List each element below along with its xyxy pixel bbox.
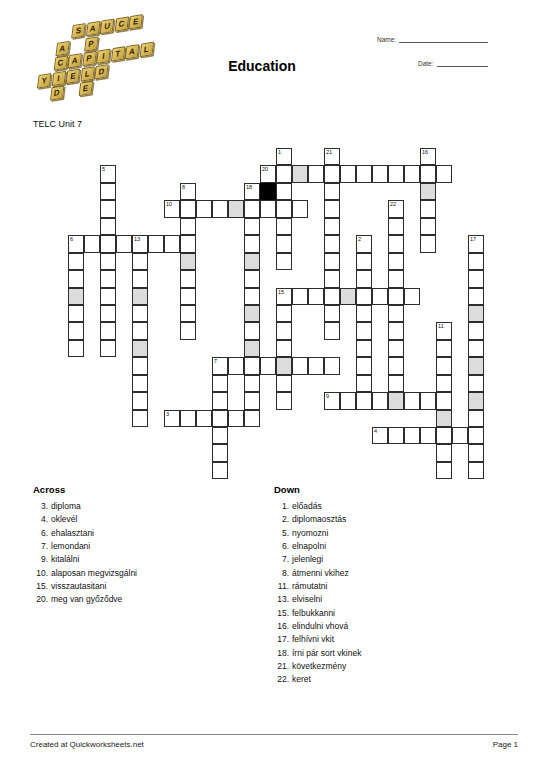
cell[interactable] [324, 253, 340, 270]
cell[interactable] [388, 340, 404, 357]
shaded-cell[interactable] [436, 410, 452, 427]
cell[interactable] [356, 305, 372, 322]
cell[interactable] [388, 288, 404, 305]
cell[interactable] [356, 288, 372, 305]
clue-item: 5.nyomozni [274, 527, 524, 540]
cell[interactable] [420, 392, 436, 409]
shaded-cell[interactable] [68, 288, 84, 305]
cell[interactable] [244, 410, 260, 427]
shaded-cell[interactable] [340, 288, 356, 305]
clue-item: 16.elindulni vhová [274, 620, 524, 633]
cell[interactable] [292, 288, 308, 305]
shaded-cell[interactable] [132, 288, 148, 305]
cell-number: 6 [70, 236, 73, 242]
page-number: Page 1 [493, 740, 518, 749]
cell[interactable]: 15 [276, 288, 292, 305]
cell[interactable] [388, 322, 404, 339]
cell[interactable] [452, 427, 468, 444]
clue-item: 11.rámutatni [274, 580, 524, 593]
cell[interactable] [324, 305, 340, 322]
clue-text: oklevél [51, 514, 77, 524]
cell[interactable] [356, 392, 372, 409]
cell[interactable] [388, 305, 404, 322]
cell[interactable] [68, 340, 84, 357]
clue-text: lemondani [51, 541, 90, 551]
clue-text: következmény [292, 661, 346, 671]
cell[interactable] [468, 444, 484, 461]
cell[interactable] [468, 322, 484, 339]
cell[interactable] [100, 235, 116, 252]
clue-number: 13. [274, 593, 289, 606]
across-clue-list: 3.diploma4.oklevél6.ehalasztani7.lemonda… [33, 500, 258, 607]
cell[interactable] [100, 288, 116, 305]
shaded-cell[interactable] [244, 253, 260, 270]
cell[interactable]: 2 [356, 235, 372, 252]
cell[interactable] [132, 322, 148, 339]
cell-number: 15 [278, 289, 284, 295]
clue-text: diploma [51, 501, 81, 511]
date-field: Date: [418, 60, 488, 67]
cell[interactable] [68, 322, 84, 339]
logo-tile: P [84, 36, 98, 51]
cell[interactable] [388, 165, 404, 182]
cell[interactable] [356, 322, 372, 339]
cell[interactable] [132, 270, 148, 287]
cell-number: 22 [390, 201, 396, 207]
cell[interactable] [404, 427, 420, 444]
cell[interactable]: 22 [388, 200, 404, 217]
cell-number: 11 [438, 323, 444, 329]
cell[interactable] [404, 392, 420, 409]
logo-tile: Y [37, 73, 51, 88]
cell[interactable] [244, 235, 260, 252]
cell[interactable] [212, 375, 228, 392]
cell[interactable] [132, 375, 148, 392]
cell-number: 1 [278, 149, 281, 155]
cell[interactable] [468, 410, 484, 427]
cell[interactable] [356, 253, 372, 270]
cell[interactable] [292, 357, 308, 374]
across-heading: Across [33, 484, 258, 495]
clue-item: 15.felbukkanni [274, 607, 524, 620]
cell[interactable] [244, 270, 260, 287]
crossword-grid: 12116520818102261321715117934 [68, 148, 484, 479]
cell[interactable] [468, 427, 484, 444]
clue-text: diplomaosztás [292, 514, 346, 524]
cell[interactable]: 20 [260, 165, 276, 182]
logo-tile: U [100, 19, 114, 34]
cell[interactable] [244, 375, 260, 392]
down-heading: Down [274, 484, 524, 495]
logo-tile: L [139, 42, 153, 57]
cell[interactable] [276, 253, 292, 270]
name-label: Name: [377, 36, 396, 43]
clue-text: rámutatni [292, 581, 327, 591]
clue-number: 8. [274, 567, 289, 580]
clue-item: 7.lemondani [33, 540, 258, 553]
clue-number: 18. [274, 647, 289, 660]
clue-text: kitalálni [51, 554, 79, 564]
name-blank-line[interactable] [399, 36, 488, 43]
shaded-cell[interactable] [388, 392, 404, 409]
clue-text: ehalasztani [51, 528, 94, 538]
shaded-cell[interactable] [420, 183, 436, 200]
cell[interactable] [388, 270, 404, 287]
clue-number: 3. [33, 500, 48, 513]
cell[interactable]: 11 [436, 322, 452, 339]
clue-item: 6.elnapolni [274, 540, 524, 553]
cell[interactable] [324, 270, 340, 287]
cell[interactable] [132, 357, 148, 374]
cell[interactable] [180, 305, 196, 322]
date-label: Date: [418, 60, 434, 67]
clue-item: 1.előadás [274, 500, 524, 513]
clue-number: 22. [274, 673, 289, 686]
cell[interactable] [68, 253, 84, 270]
cell[interactable] [404, 165, 420, 182]
cell[interactable] [324, 200, 340, 217]
clue-text: előadás [292, 501, 322, 511]
cell-number: 21 [326, 149, 332, 155]
clue-item: 21.következmény [274, 660, 524, 673]
cell[interactable] [132, 410, 148, 427]
cell[interactable] [180, 270, 196, 287]
shaded-cell[interactable] [244, 305, 260, 322]
cell[interactable]: 13 [132, 235, 148, 252]
clue-number: 4. [33, 513, 48, 526]
clue-text: nyomozni [292, 528, 328, 538]
cell[interactable] [372, 392, 388, 409]
cell[interactable] [100, 183, 116, 200]
cell[interactable] [420, 427, 436, 444]
cell-number: 10 [166, 201, 172, 207]
clue-item: 15.visszautasitani [33, 580, 258, 593]
cell[interactable] [468, 375, 484, 392]
cell[interactable] [244, 200, 260, 217]
shaded-cell[interactable] [468, 392, 484, 409]
clue-text: elindulni vhová [292, 621, 348, 631]
clue-number: 11. [274, 580, 289, 593]
cell[interactable] [100, 322, 116, 339]
cell[interactable]: 8 [180, 183, 196, 200]
cell[interactable] [468, 340, 484, 357]
cell-number: 2 [358, 236, 361, 242]
cell[interactable] [276, 218, 292, 235]
clue-number: 1. [274, 500, 289, 513]
clue-text: elviselni [292, 594, 322, 604]
cell[interactable] [276, 165, 292, 182]
cell[interactable] [180, 322, 196, 339]
cell[interactable]: 1 [276, 148, 292, 165]
cell[interactable] [196, 410, 212, 427]
cell[interactable] [340, 165, 356, 182]
logo-tile: E [78, 81, 92, 96]
cell[interactable] [100, 218, 116, 235]
cell[interactable] [308, 357, 324, 374]
cell[interactable] [372, 288, 388, 305]
cell[interactable] [180, 235, 196, 252]
cell[interactable] [276, 375, 292, 392]
cell[interactable] [436, 462, 452, 479]
clue-number: 2. [274, 513, 289, 526]
clue-number: 15. [274, 607, 289, 620]
cell[interactable] [100, 270, 116, 287]
clue-number: 6. [274, 540, 289, 553]
cell[interactable] [372, 165, 388, 182]
clue-item: 2.diplomaosztás [274, 513, 524, 526]
cell[interactable] [420, 218, 436, 235]
cell[interactable]: 4 [372, 427, 388, 444]
cell[interactable] [228, 410, 244, 427]
clue-text: elnapolni [292, 541, 326, 551]
cell[interactable] [212, 200, 228, 217]
cell[interactable] [244, 392, 260, 409]
clue-number: 20. [33, 593, 48, 606]
cell[interactable] [212, 444, 228, 461]
cell[interactable] [388, 375, 404, 392]
clue-item: 8.átmenni vkihez [274, 567, 524, 580]
shaded-cell[interactable] [292, 165, 308, 182]
clue-text: írni pár sort vkinek [292, 648, 361, 658]
cell[interactable] [436, 165, 452, 182]
shaded-cell[interactable] [180, 253, 196, 270]
logo-tile: A [85, 21, 99, 36]
clue-item: 22.keret [274, 673, 524, 686]
cell[interactable] [468, 253, 484, 270]
cell[interactable] [324, 322, 340, 339]
cell-number: 13 [134, 236, 140, 242]
cell[interactable]: 10 [164, 200, 180, 217]
cell[interactable] [180, 410, 196, 427]
shaded-cell[interactable] [132, 340, 148, 357]
cell[interactable] [436, 357, 452, 374]
cell[interactable] [212, 392, 228, 409]
cell[interactable] [356, 357, 372, 374]
cell[interactable] [404, 288, 420, 305]
cell[interactable] [388, 427, 404, 444]
cell[interactable] [468, 288, 484, 305]
shaded-cell[interactable] [244, 340, 260, 357]
cell[interactable] [340, 392, 356, 409]
down-clues-section: Down 1.előadás2.diplomaosztás5.nyomozni6… [274, 484, 524, 687]
name-field: Name: [377, 36, 488, 43]
shaded-cell[interactable] [276, 357, 292, 374]
clue-text: jelenlegi [292, 554, 323, 564]
cell[interactable] [324, 183, 340, 200]
clue-text: alaposan megvizsgálni [51, 568, 137, 578]
cell[interactable] [324, 288, 340, 305]
cell[interactable] [148, 235, 164, 252]
clue-text: átmenni vkihez [292, 568, 349, 578]
cell[interactable] [244, 357, 260, 374]
cell[interactable] [356, 340, 372, 357]
footer-credit: Created at Quickworksheets.net [30, 740, 144, 749]
cell[interactable] [228, 357, 244, 374]
clue-item: 3.diploma [33, 500, 258, 513]
cell[interactable] [420, 235, 436, 252]
cell-number: 8 [182, 184, 185, 190]
clue-item: 13.elviselni [274, 593, 524, 606]
cell-number: 7 [214, 358, 217, 364]
cell[interactable] [100, 253, 116, 270]
clue-text: felbukkanni [292, 608, 335, 618]
clue-item: 6.ehalasztani [33, 527, 258, 540]
clue-item: 10.alaposan megvizsgálni [33, 567, 258, 580]
clue-number: 6. [33, 527, 48, 540]
cell[interactable] [68, 270, 84, 287]
clue-item: 20.meg van győződve [33, 593, 258, 606]
cell[interactable] [276, 200, 292, 217]
cell[interactable] [180, 288, 196, 305]
cell[interactable] [164, 235, 180, 252]
down-clue-list: 1.előadás2.diplomaosztás5.nyomozni6.elna… [274, 500, 524, 687]
cell[interactable] [308, 288, 324, 305]
clue-text: felhívni vkit [292, 634, 334, 644]
cell[interactable] [292, 200, 308, 217]
black-cell [260, 183, 276, 200]
cell[interactable] [276, 305, 292, 322]
clue-text: keret [292, 674, 311, 684]
cell[interactable] [132, 253, 148, 270]
cell[interactable] [276, 322, 292, 339]
across-clues-section: Across 3.diploma4.oklevél6.ehalasztani7.… [33, 484, 258, 607]
cell[interactable] [388, 235, 404, 252]
clue-number: 17. [274, 633, 289, 646]
cell[interactable] [324, 165, 340, 182]
cell[interactable]: 17 [468, 235, 484, 252]
cell[interactable] [356, 165, 372, 182]
cell[interactable]: 3 [164, 410, 180, 427]
cell[interactable] [68, 305, 84, 322]
cell[interactable] [212, 410, 228, 427]
cell[interactable] [436, 427, 452, 444]
cell[interactable] [324, 235, 340, 252]
logo-tile: C [114, 16, 128, 31]
cell-number: 9 [326, 393, 329, 399]
clue-number: 21. [274, 660, 289, 673]
cell-number: 20 [262, 166, 268, 172]
cell-number: 5 [102, 166, 105, 172]
cell[interactable] [260, 357, 276, 374]
clue-text: meg van győződve [51, 594, 122, 604]
cell-number: 3 [166, 411, 169, 417]
logo-tile: A [55, 40, 69, 55]
cell[interactable] [388, 357, 404, 374]
shaded-cell[interactable] [468, 357, 484, 374]
cell-number: 17 [470, 236, 476, 242]
clue-number: 5. [274, 527, 289, 540]
cell-number: 16 [422, 149, 428, 155]
cell[interactable] [132, 305, 148, 322]
clue-item: 7.jelenlegi [274, 553, 524, 566]
cell[interactable] [116, 235, 132, 252]
cell[interactable]: 7 [212, 357, 228, 374]
cell[interactable] [436, 444, 452, 461]
logo-tile: E [128, 14, 142, 29]
cell[interactable] [212, 462, 228, 479]
cell[interactable] [324, 357, 340, 374]
shaded-cell[interactable] [228, 200, 244, 217]
cell[interactable] [420, 165, 436, 182]
logo-tile: D [49, 85, 63, 100]
cell[interactable] [276, 392, 292, 409]
clue-number: 15. [33, 580, 48, 593]
clue-item: 4.oklevél [33, 513, 258, 526]
cell[interactable] [212, 427, 228, 444]
cell[interactable] [308, 165, 324, 182]
cell[interactable] [100, 305, 116, 322]
date-blank-line[interactable] [437, 60, 488, 67]
cell[interactable] [276, 235, 292, 252]
cell[interactable] [180, 200, 196, 217]
clue-text: visszautasitani [51, 581, 106, 591]
cell[interactable] [436, 392, 452, 409]
cell[interactable] [436, 375, 452, 392]
cell[interactable] [276, 340, 292, 357]
logo-tile: S [71, 23, 85, 38]
clue-item: 17.felhívni vkit [274, 633, 524, 646]
cell[interactable] [100, 340, 116, 357]
cell[interactable] [244, 288, 260, 305]
cell[interactable]: 5 [100, 165, 116, 182]
cell[interactable] [420, 200, 436, 217]
cell[interactable] [84, 235, 100, 252]
cell[interactable] [468, 270, 484, 287]
clue-number: 9. [33, 553, 48, 566]
cell[interactable]: 21 [324, 148, 340, 165]
cell[interactable] [356, 270, 372, 287]
footer-divider [30, 734, 518, 735]
clue-item: 18.írni pár sort vkinek [274, 647, 524, 660]
cell[interactable] [324, 218, 340, 235]
cell[interactable]: 16 [420, 148, 436, 165]
shaded-cell[interactable] [468, 305, 484, 322]
clue-number: 7. [33, 540, 48, 553]
cell[interactable] [388, 253, 404, 270]
clue-number: 10. [33, 567, 48, 580]
cell[interactable] [276, 183, 292, 200]
clue-item: 9.kitalálni [33, 553, 258, 566]
cell[interactable] [100, 200, 116, 217]
unit-label: TELC Unit 7 [33, 119, 82, 129]
cell[interactable]: 6 [68, 235, 84, 252]
cell[interactable] [436, 340, 452, 357]
cell[interactable] [468, 462, 484, 479]
clue-number: 16. [274, 620, 289, 633]
clue-number: 7. [274, 553, 289, 566]
cell[interactable] [196, 200, 212, 217]
cell[interactable] [356, 375, 372, 392]
cell[interactable] [244, 322, 260, 339]
cell[interactable] [180, 218, 196, 235]
cell[interactable]: 9 [324, 392, 340, 409]
cell[interactable] [244, 218, 260, 235]
cell-number: 4 [374, 428, 377, 434]
cell[interactable] [132, 392, 148, 409]
cell-number: 18 [246, 184, 252, 190]
cell[interactable]: 18 [244, 183, 260, 200]
worksheet-page: SAUCEAPCAPITALYIELDDE Education Name: Da… [0, 0, 548, 776]
cell[interactable] [260, 200, 276, 217]
cell[interactable] [388, 218, 404, 235]
